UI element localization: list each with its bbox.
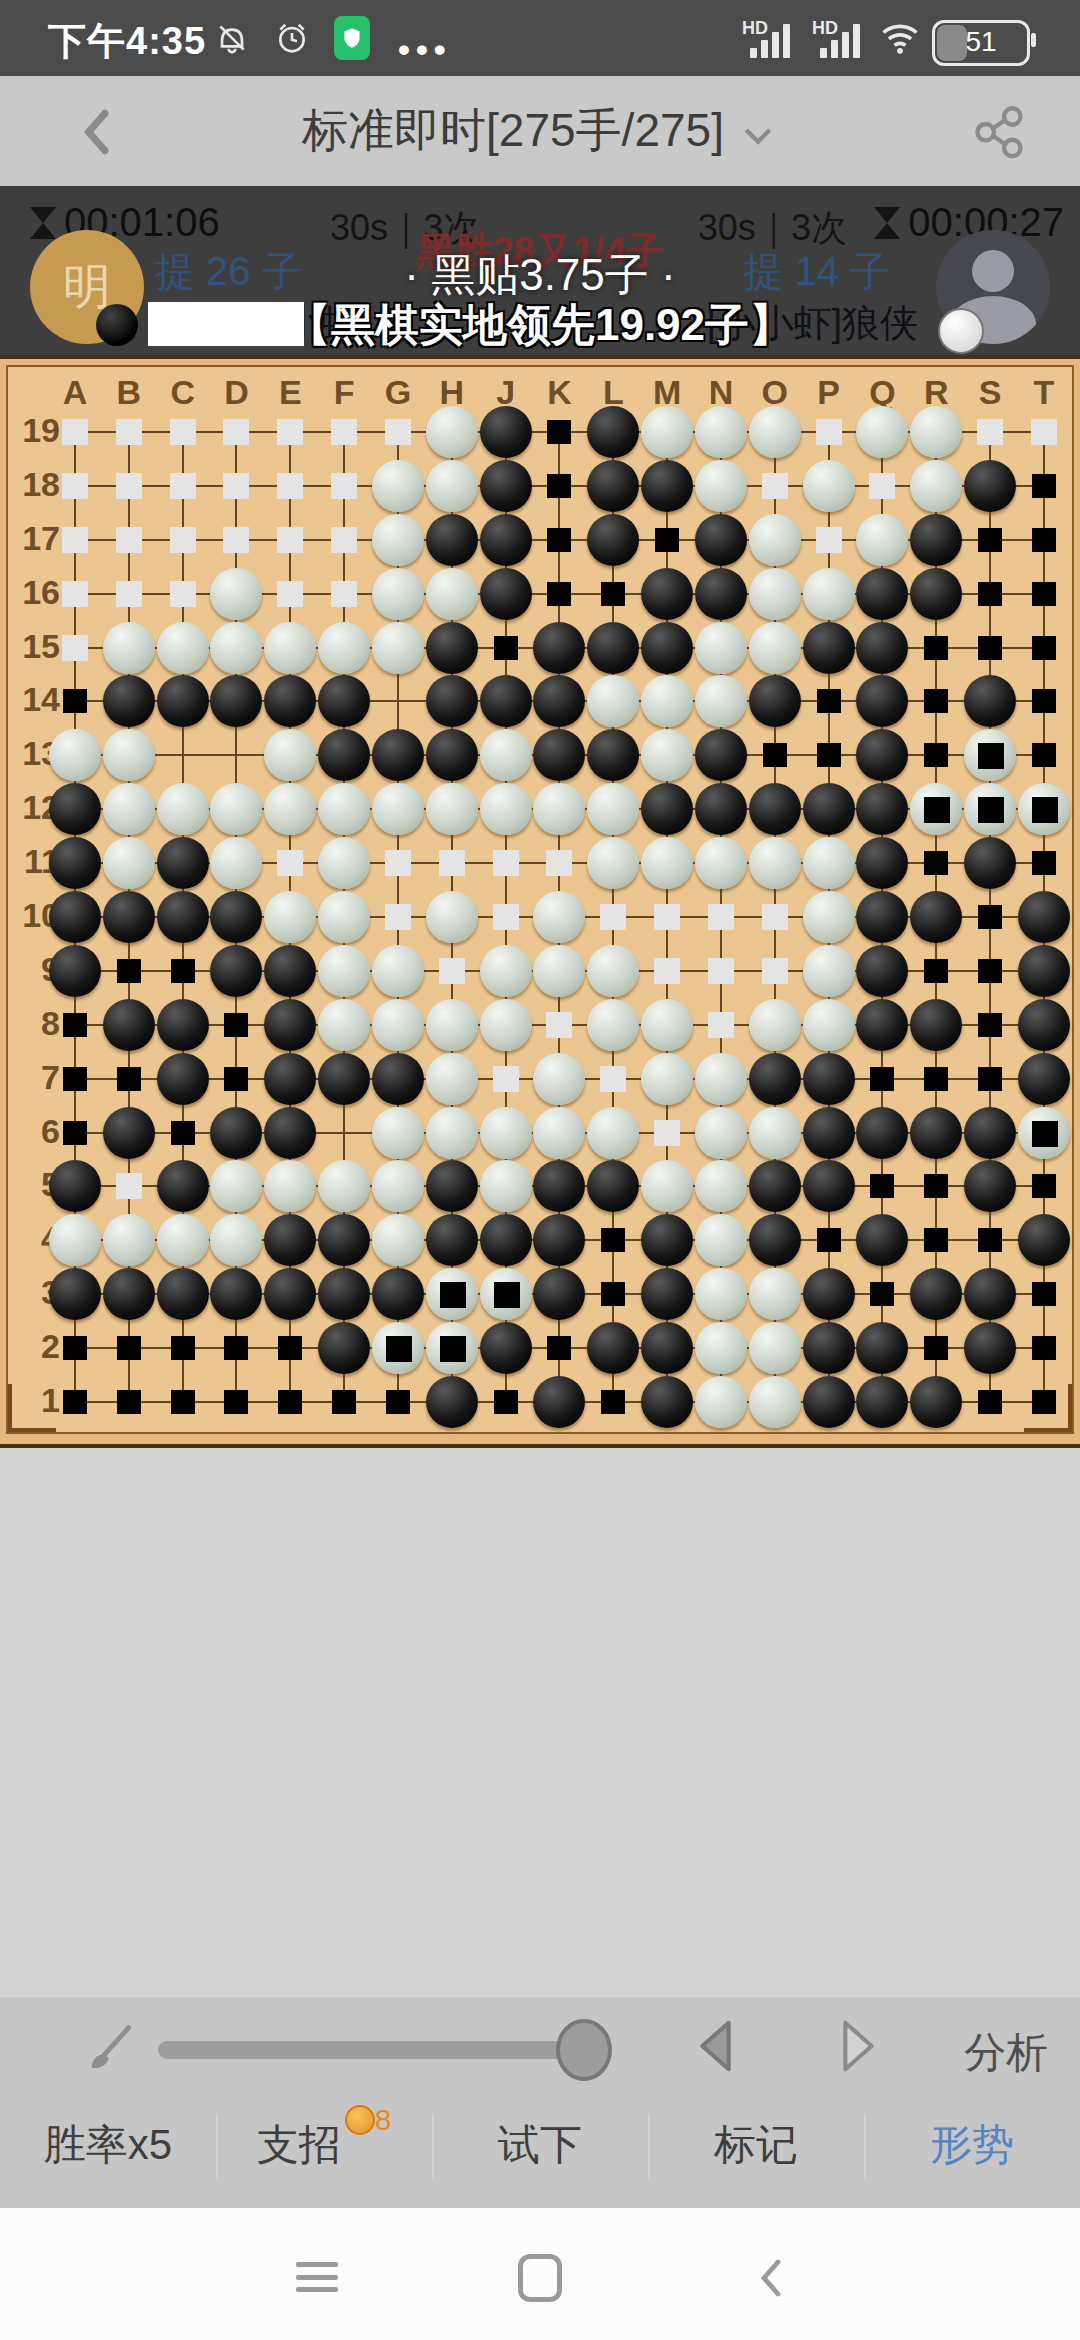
intersection-D17[interactable] [209,513,263,567]
intersection-B18[interactable] [102,459,156,513]
intersection-K19[interactable] [532,405,586,459]
intersection-A7[interactable] [48,1052,102,1106]
intersection-F10[interactable] [317,890,371,944]
intersection-G17[interactable] [371,513,425,567]
intersection-L13[interactable] [586,728,640,782]
intersection-D19[interactable] [209,405,263,459]
intersection-F12[interactable] [317,782,371,836]
intersection-R14[interactable] [909,674,963,728]
intersection-J13[interactable] [479,728,533,782]
intersection-Q3[interactable] [855,1267,909,1321]
intersection-A19[interactable] [48,405,102,459]
intersection-T11[interactable] [1017,836,1071,890]
intersection-F9[interactable] [317,944,371,998]
intersection-D6[interactable] [209,1106,263,1160]
intersection-R15[interactable] [909,621,963,675]
intersection-A4[interactable] [48,1213,102,1267]
intersection-N5[interactable] [694,1159,748,1213]
intersection-J5[interactable] [479,1159,533,1213]
intersection-J12[interactable] [479,782,533,836]
intersection-J10[interactable] [479,890,533,944]
intersection-B6[interactable] [102,1106,156,1160]
intersection-M3[interactable] [640,1267,694,1321]
intersection-L17[interactable] [586,513,640,567]
intersection-J2[interactable] [479,1321,533,1375]
intersection-G4[interactable] [371,1213,425,1267]
intersection-T12[interactable] [1017,782,1071,836]
intersection-F7[interactable] [317,1052,371,1106]
intersection-A5[interactable] [48,1159,102,1213]
intersection-C18[interactable] [156,459,210,513]
intersection-T9[interactable] [1017,944,1071,998]
intersection-C8[interactable] [156,998,210,1052]
intersection-K7[interactable] [532,1052,586,1106]
intersection-D2[interactable] [209,1321,263,1375]
intersection-R7[interactable] [909,1052,963,1106]
intersection-G12[interactable] [371,782,425,836]
intersection-F17[interactable] [317,513,371,567]
intersection-Q10[interactable] [855,890,909,944]
intersection-P16[interactable] [802,567,856,621]
intersection-L4[interactable] [586,1213,640,1267]
intersection-O16[interactable] [748,567,802,621]
intersection-G19[interactable] [371,405,425,459]
intersection-C1[interactable] [156,1375,210,1429]
intersection-O10[interactable] [748,890,802,944]
intersection-Q14[interactable] [855,674,909,728]
intersection-L2[interactable] [586,1321,640,1375]
intersection-Q7[interactable] [855,1052,909,1106]
intersection-B13[interactable] [102,728,156,782]
intersection-A8[interactable] [48,998,102,1052]
intersection-H2[interactable] [425,1321,479,1375]
intersection-T5[interactable] [1017,1159,1071,1213]
intersection-O18[interactable] [748,459,802,513]
page-title[interactable]: 标准即时[275手/275] [0,76,1080,186]
intersection-S5[interactable] [963,1159,1017,1213]
intersection-N3[interactable] [694,1267,748,1321]
intersection-J16[interactable] [479,567,533,621]
intersection-R2[interactable] [909,1321,963,1375]
intersection-C4[interactable] [156,1213,210,1267]
intersection-F19[interactable] [317,405,371,459]
intersection-O13[interactable] [748,728,802,782]
intersection-E1[interactable] [263,1375,317,1429]
intersection-R3[interactable] [909,1267,963,1321]
intersection-J17[interactable] [479,513,533,567]
intersection-K4[interactable] [532,1213,586,1267]
intersection-A18[interactable] [48,459,102,513]
intersection-F1[interactable] [317,1375,371,1429]
intersection-D1[interactable] [209,1375,263,1429]
intersection-G7[interactable] [371,1052,425,1106]
intersection-S14[interactable] [963,674,1017,728]
intersection-M15[interactable] [640,621,694,675]
intersection-K17[interactable] [532,513,586,567]
intersection-H8[interactable] [425,998,479,1052]
intersection-O5[interactable] [748,1159,802,1213]
intersection-K3[interactable] [532,1267,586,1321]
intersection-E3[interactable] [263,1267,317,1321]
nav-home-icon[interactable] [518,2254,562,2302]
intersection-N19[interactable] [694,405,748,459]
intersection-O9[interactable] [748,944,802,998]
intersection-S18[interactable] [963,459,1017,513]
next-move-icon[interactable] [822,2011,892,2081]
intersection-E13[interactable] [263,728,317,782]
intersection-Q16[interactable] [855,567,909,621]
intersection-M9[interactable] [640,944,694,998]
intersection-G3[interactable] [371,1267,425,1321]
intersection-E8[interactable] [263,998,317,1052]
intersection-E14[interactable] [263,674,317,728]
intersection-E2[interactable] [263,1321,317,1375]
intersection-E17[interactable] [263,513,317,567]
intersection-M6[interactable] [640,1106,694,1160]
intersection-C5[interactable] [156,1159,210,1213]
intersection-C9[interactable] [156,944,210,998]
intersection-C6[interactable] [156,1106,210,1160]
intersection-G2[interactable] [371,1321,425,1375]
intersection-C15[interactable] [156,621,210,675]
intersection-K8[interactable] [532,998,586,1052]
intersection-A15[interactable] [48,621,102,675]
intersection-O1[interactable] [748,1375,802,1429]
intersection-S16[interactable] [963,567,1017,621]
intersection-E19[interactable] [263,405,317,459]
intersection-C16[interactable] [156,567,210,621]
intersection-G18[interactable] [371,459,425,513]
intersection-K11[interactable] [532,836,586,890]
intersection-L7[interactable] [586,1052,640,1106]
intersection-R16[interactable] [909,567,963,621]
intersection-C11[interactable] [156,836,210,890]
intersection-P3[interactable] [802,1267,856,1321]
intersection-N6[interactable] [694,1106,748,1160]
intersection-K12[interactable] [532,782,586,836]
intersection-H10[interactable] [425,890,479,944]
intersection-R18[interactable] [909,459,963,513]
intersection-G14[interactable] [371,674,425,728]
intersection-H4[interactable] [425,1213,479,1267]
intersection-R17[interactable] [909,513,963,567]
intersection-N17[interactable] [694,513,748,567]
intersection-J15[interactable] [479,621,533,675]
intersection-E18[interactable] [263,459,317,513]
intersection-F13[interactable] [317,728,371,782]
intersection-F16[interactable] [317,567,371,621]
intersection-B1[interactable] [102,1375,156,1429]
intersection-P13[interactable] [802,728,856,782]
intersection-T8[interactable] [1017,998,1071,1052]
intersection-J11[interactable] [479,836,533,890]
intersection-T19[interactable] [1017,405,1071,459]
intersection-M11[interactable] [640,836,694,890]
intersection-N7[interactable] [694,1052,748,1106]
intersection-Q13[interactable] [855,728,909,782]
intersection-L5[interactable] [586,1159,640,1213]
intersection-K6[interactable] [532,1106,586,1160]
intersection-N2[interactable] [694,1321,748,1375]
intersection-E16[interactable] [263,567,317,621]
intersection-R6[interactable] [909,1106,963,1160]
intersection-N12[interactable] [694,782,748,836]
intersection-A14[interactable] [48,674,102,728]
intersection-O6[interactable] [748,1106,802,1160]
intersection-B12[interactable] [102,782,156,836]
intersection-C2[interactable] [156,1321,210,1375]
intersection-G11[interactable] [371,836,425,890]
intersection-O7[interactable] [748,1052,802,1106]
intersection-O15[interactable] [748,621,802,675]
intersection-E11[interactable] [263,836,317,890]
intersection-M19[interactable] [640,405,694,459]
intersection-O11[interactable] [748,836,802,890]
intersection-E12[interactable] [263,782,317,836]
intersection-K16[interactable] [532,567,586,621]
intersection-N11[interactable] [694,836,748,890]
intersection-J4[interactable] [479,1213,533,1267]
intersection-P8[interactable] [802,998,856,1052]
intersection-F11[interactable] [317,836,371,890]
intersection-D16[interactable] [209,567,263,621]
intersection-J14[interactable] [479,674,533,728]
intersection-B16[interactable] [102,567,156,621]
intersection-O4[interactable] [748,1213,802,1267]
intersection-C3[interactable] [156,1267,210,1321]
intersection-R12[interactable] [909,782,963,836]
intersection-R5[interactable] [909,1159,963,1213]
intersection-T6[interactable] [1017,1106,1071,1160]
intersection-T7[interactable] [1017,1052,1071,1106]
intersection-S9[interactable] [963,944,1017,998]
intersection-Q5[interactable] [855,1159,909,1213]
intersection-K18[interactable] [532,459,586,513]
intersection-L18[interactable] [586,459,640,513]
intersection-G15[interactable] [371,621,425,675]
intersection-O17[interactable] [748,513,802,567]
intersection-H15[interactable] [425,621,479,675]
intersection-G13[interactable] [371,728,425,782]
intersection-S12[interactable] [963,782,1017,836]
intersection-H14[interactable] [425,674,479,728]
intersection-M14[interactable] [640,674,694,728]
intersection-C14[interactable] [156,674,210,728]
intersection-D11[interactable] [209,836,263,890]
intersection-J6[interactable] [479,1106,533,1160]
intersection-G9[interactable] [371,944,425,998]
intersection-T1[interactable] [1017,1375,1071,1429]
intersection-C19[interactable] [156,405,210,459]
intersection-E9[interactable] [263,944,317,998]
intersection-C10[interactable] [156,890,210,944]
intersection-S11[interactable] [963,836,1017,890]
prev-move-icon[interactable] [682,2011,752,2081]
intersection-Q1[interactable] [855,1375,909,1429]
intersection-P12[interactable] [802,782,856,836]
intersection-D15[interactable] [209,621,263,675]
intersection-B5[interactable] [102,1159,156,1213]
intersection-D3[interactable] [209,1267,263,1321]
intersection-O19[interactable] [748,405,802,459]
intersection-P14[interactable] [802,674,856,728]
tab-winrate[interactable]: 胜率x5 [0,2101,216,2208]
intersection-L10[interactable] [586,890,640,944]
intersection-M2[interactable] [640,1321,694,1375]
intersection-F18[interactable] [317,459,371,513]
intersection-N18[interactable] [694,459,748,513]
intersection-J9[interactable] [479,944,533,998]
intersection-R9[interactable] [909,944,963,998]
tab-hints[interactable]: 支招 8 [216,2101,432,2208]
intersection-Q4[interactable] [855,1213,909,1267]
intersection-A1[interactable] [48,1375,102,1429]
intersection-K9[interactable] [532,944,586,998]
intersection-R1[interactable] [909,1375,963,1429]
intersection-H11[interactable] [425,836,479,890]
intersection-B11[interactable] [102,836,156,890]
intersection-T2[interactable] [1017,1321,1071,1375]
intersection-C17[interactable] [156,513,210,567]
intersection-H18[interactable] [425,459,479,513]
intersection-L9[interactable] [586,944,640,998]
intersection-N1[interactable] [694,1375,748,1429]
intersection-S17[interactable] [963,513,1017,567]
intersection-G1[interactable] [371,1375,425,1429]
intersection-P6[interactable] [802,1106,856,1160]
intersection-P18[interactable] [802,459,856,513]
intersection-D18[interactable] [209,459,263,513]
intersection-J7[interactable] [479,1052,533,1106]
intersection-Q12[interactable] [855,782,909,836]
intersection-L8[interactable] [586,998,640,1052]
nav-back-icon[interactable] [748,2254,796,2302]
intersection-M18[interactable] [640,459,694,513]
intersection-Q17[interactable] [855,513,909,567]
intersection-M8[interactable] [640,998,694,1052]
intersection-S15[interactable] [963,621,1017,675]
intersection-O2[interactable] [748,1321,802,1375]
intersection-A9[interactable] [48,944,102,998]
intersection-D14[interactable] [209,674,263,728]
intersection-T16[interactable] [1017,567,1071,621]
intersection-L15[interactable] [586,621,640,675]
intersection-F15[interactable] [317,621,371,675]
intersection-T10[interactable] [1017,890,1071,944]
intersection-L3[interactable] [586,1267,640,1321]
intersection-T3[interactable] [1017,1267,1071,1321]
intersection-M13[interactable] [640,728,694,782]
intersection-C13[interactable] [156,728,210,782]
intersection-K1[interactable] [532,1375,586,1429]
intersection-D5[interactable] [209,1159,263,1213]
intersection-M4[interactable] [640,1213,694,1267]
intersection-O8[interactable] [748,998,802,1052]
intersection-P5[interactable] [802,1159,856,1213]
intersection-Q19[interactable] [855,405,909,459]
intersection-S19[interactable] [963,405,1017,459]
intersection-A11[interactable] [48,836,102,890]
intersection-T18[interactable] [1017,459,1071,513]
intersection-H1[interactable] [425,1375,479,1429]
intersection-Q15[interactable] [855,621,909,675]
intersection-O14[interactable] [748,674,802,728]
intersection-D10[interactable] [209,890,263,944]
intersection-H17[interactable] [425,513,479,567]
intersection-H13[interactable] [425,728,479,782]
intersection-A17[interactable] [48,513,102,567]
intersection-F4[interactable] [317,1213,371,1267]
intersection-P10[interactable] [802,890,856,944]
intersection-Q2[interactable] [855,1321,909,1375]
intersection-B19[interactable] [102,405,156,459]
intersection-S8[interactable] [963,998,1017,1052]
intersection-P11[interactable] [802,836,856,890]
intersection-S1[interactable] [963,1375,1017,1429]
intersection-B10[interactable] [102,890,156,944]
intersection-L1[interactable] [586,1375,640,1429]
intersection-S7[interactable] [963,1052,1017,1106]
intersection-Q8[interactable] [855,998,909,1052]
intersection-R4[interactable] [909,1213,963,1267]
intersection-A16[interactable] [48,567,102,621]
intersection-L6[interactable] [586,1106,640,1160]
intersection-P7[interactable] [802,1052,856,1106]
intersection-R8[interactable] [909,998,963,1052]
intersection-P2[interactable] [802,1321,856,1375]
intersection-N8[interactable] [694,998,748,1052]
intersection-S3[interactable] [963,1267,1017,1321]
intersection-A3[interactable] [48,1267,102,1321]
intersection-M1[interactable] [640,1375,694,1429]
intersection-H19[interactable] [425,405,479,459]
intersection-G5[interactable] [371,1159,425,1213]
intersection-N9[interactable] [694,944,748,998]
intersection-Q9[interactable] [855,944,909,998]
intersection-N10[interactable] [694,890,748,944]
intersection-H5[interactable] [425,1159,479,1213]
intersection-K5[interactable] [532,1159,586,1213]
intersection-M5[interactable] [640,1159,694,1213]
intersection-S2[interactable] [963,1321,1017,1375]
intersection-K15[interactable] [532,621,586,675]
intersection-M17[interactable] [640,513,694,567]
intersection-M16[interactable] [640,567,694,621]
intersection-H7[interactable] [425,1052,479,1106]
intersection-E7[interactable] [263,1052,317,1106]
intersection-R13[interactable] [909,728,963,782]
intersection-P4[interactable] [802,1213,856,1267]
intersection-E10[interactable] [263,890,317,944]
intersection-T13[interactable] [1017,728,1071,782]
brush-icon[interactable] [78,2017,142,2081]
intersection-P17[interactable] [802,513,856,567]
intersection-B15[interactable] [102,621,156,675]
intersection-H16[interactable] [425,567,479,621]
intersection-G8[interactable] [371,998,425,1052]
intersection-Q6[interactable] [855,1106,909,1160]
intersection-B7[interactable] [102,1052,156,1106]
intersection-H12[interactable] [425,782,479,836]
intersection-E5[interactable] [263,1159,317,1213]
intersection-P19[interactable] [802,405,856,459]
intersection-M7[interactable] [640,1052,694,1106]
intersection-P1[interactable] [802,1375,856,1429]
intersection-D12[interactable] [209,782,263,836]
intersection-Q18[interactable] [855,459,909,513]
intersection-S10[interactable] [963,890,1017,944]
intersection-O3[interactable] [748,1267,802,1321]
